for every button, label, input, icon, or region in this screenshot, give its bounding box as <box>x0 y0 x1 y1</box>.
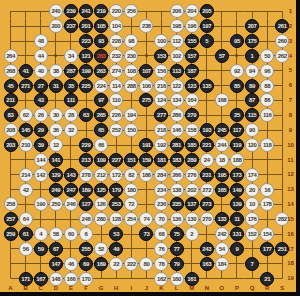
board-intersection[interactable]: 125 <box>94 182 109 197</box>
board-intersection[interactable]: 128 <box>109 212 124 227</box>
board-intersection[interactable]: 143 <box>63 167 78 182</box>
board-intersection[interactable]: 242 <box>214 227 229 242</box>
board-intersection[interactable]: 193 <box>199 123 214 138</box>
board-intersection[interactable] <box>214 108 229 123</box>
board-intersection[interactable]: 201 <box>78 19 93 34</box>
board-intersection[interactable]: 277 <box>154 108 169 123</box>
board-intersection[interactable]: 176 <box>245 212 260 227</box>
board-intersection[interactable] <box>199 271 214 286</box>
board-intersection[interactable]: 162 <box>154 271 169 286</box>
board-intersection[interactable]: 112 <box>169 34 184 49</box>
board-intersection[interactable]: 185 <box>184 138 199 153</box>
board-intersection[interactable]: 216 <box>154 78 169 93</box>
board-intersection[interactable]: 59 <box>33 242 48 257</box>
board-intersection[interactable] <box>33 182 48 197</box>
board-intersection[interactable] <box>245 271 260 286</box>
board-intersection[interactable] <box>154 4 169 19</box>
board-intersection[interactable]: 136 <box>169 212 184 227</box>
board-intersection[interactable]: 200 <box>48 19 63 34</box>
board-intersection[interactable]: 169 <box>94 256 109 271</box>
board-intersection[interactable]: 198 <box>169 19 184 34</box>
board-intersection[interactable] <box>214 34 229 49</box>
board-intersection[interactable]: 131 <box>229 227 244 242</box>
board-intersection[interactable]: 239 <box>63 4 78 19</box>
board-intersection[interactable]: 90 <box>245 123 260 138</box>
board-intersection[interactable]: 235 <box>169 197 184 212</box>
board-intersection[interactable]: 279 <box>184 108 199 123</box>
board-intersection[interactable]: 139 <box>229 197 244 212</box>
board-intersection[interactable]: 190 <box>33 197 48 212</box>
board-intersection[interactable] <box>199 227 214 242</box>
board-intersection[interactable]: 38 <box>48 63 63 78</box>
board-intersection[interactable]: 82 <box>124 167 139 182</box>
board-intersection[interactable]: 98 <box>124 34 139 49</box>
board-intersection[interactable] <box>139 271 154 286</box>
board-intersection[interactable] <box>124 271 139 286</box>
board-intersection[interactable]: 121 <box>78 49 93 64</box>
board-intersection[interactable]: 89 <box>245 78 260 93</box>
board-intersection[interactable]: 70 <box>154 212 169 227</box>
board-intersection[interactable]: 188 <box>229 152 244 167</box>
board-intersection[interactable]: 102 <box>169 49 184 64</box>
board-intersection[interactable]: 168 <box>214 93 229 108</box>
board-intersection[interactable]: 73 <box>139 227 154 242</box>
board-intersection[interactable] <box>48 34 63 49</box>
board-intersection[interactable]: 97 <box>94 93 109 108</box>
board-intersection[interactable]: 86 <box>260 93 275 108</box>
board-intersection[interactable]: 259 <box>3 227 18 242</box>
board-intersection[interactable]: 134 <box>169 93 184 108</box>
board-intersection[interactable] <box>63 212 78 227</box>
board-intersection[interactable]: 146 <box>169 123 184 138</box>
board-intersection[interactable] <box>48 49 63 64</box>
board-intersection[interactable]: 126 <box>94 197 109 212</box>
board-intersection[interactable]: 166 <box>63 271 78 286</box>
board-intersection[interactable]: 1 <box>245 49 260 64</box>
board-intersection[interactable] <box>214 63 229 78</box>
board-intersection[interactable]: 255 <box>78 242 93 257</box>
board-intersection[interactable]: 197 <box>199 19 214 34</box>
board-intersection[interactable]: 83 <box>3 108 18 123</box>
board-intersection[interactable]: 53 <box>109 227 124 242</box>
board-intersection[interactable]: 231 <box>199 167 214 182</box>
board-intersection[interactable]: 218 <box>154 123 169 138</box>
board-intersection[interactable]: 244 <box>214 138 229 153</box>
board-intersection[interactable]: 223 <box>78 34 93 49</box>
board-intersection[interactable]: 240 <box>48 4 63 19</box>
board-intersection[interactable]: 69 <box>78 256 93 271</box>
board-intersection[interactable]: 208 <box>3 123 18 138</box>
board-intersection[interactable]: 127 <box>78 197 93 212</box>
board-intersection[interactable]: 61 <box>18 227 33 242</box>
board-intersection[interactable]: 65 <box>94 123 109 138</box>
board-intersection[interactable]: 142 <box>33 167 48 182</box>
board-intersection[interactable]: 151 <box>124 152 139 167</box>
board-intersection[interactable] <box>214 197 229 212</box>
board-intersection[interactable] <box>260 256 275 271</box>
board-intersection[interactable]: 192 <box>154 138 169 153</box>
board-intersection[interactable]: 289 <box>184 152 199 167</box>
board-intersection[interactable]: 221 <box>199 138 214 153</box>
board-intersection[interactable] <box>245 242 260 257</box>
board-intersection[interactable]: 107 <box>139 63 154 78</box>
board-intersection[interactable]: 92 <box>229 63 244 78</box>
board-intersection[interactable] <box>214 78 229 93</box>
board-intersection[interactable]: 10 <box>245 197 260 212</box>
board-intersection[interactable]: 287 <box>63 63 78 78</box>
board-intersection[interactable]: 114 <box>109 78 124 93</box>
board-intersection[interactable]: 234 <box>154 182 169 197</box>
board-intersection[interactable]: 106 <box>139 78 154 93</box>
board-intersection[interactable]: 238 <box>139 19 154 34</box>
board-intersection[interactable] <box>94 227 109 242</box>
board-intersection[interactable]: 263 <box>94 63 109 78</box>
board-intersection[interactable]: 249 <box>48 182 63 197</box>
board-intersection[interactable] <box>124 19 139 34</box>
board-intersection[interactable]: 35 <box>63 78 78 93</box>
board-intersection[interactable]: 27 <box>33 78 48 93</box>
board-intersection[interactable]: 253 <box>109 197 124 212</box>
board-intersection[interactable]: 66 <box>94 138 109 153</box>
board-intersection[interactable]: 118 <box>260 138 275 153</box>
board-intersection[interactable] <box>139 197 154 212</box>
board-intersection[interactable]: 288 <box>124 78 139 93</box>
board-intersection[interactable]: 6 <box>78 227 93 242</box>
board-intersection[interactable] <box>184 242 199 257</box>
board-intersection[interactable]: 123 <box>184 78 199 93</box>
board-intersection[interactable] <box>3 152 18 167</box>
board-intersection[interactable] <box>3 182 18 197</box>
board-intersection[interactable] <box>3 271 18 286</box>
board-intersection[interactable] <box>199 108 214 123</box>
board-intersection[interactable]: 254 <box>124 212 139 227</box>
board-intersection[interactable]: 280 <box>94 212 109 227</box>
board-intersection[interactable]: 161 <box>184 271 199 286</box>
board-intersection[interactable] <box>139 49 154 64</box>
board-intersection[interactable]: 174 <box>245 167 260 182</box>
board-intersection[interactable]: 180 <box>124 182 139 197</box>
board-intersection[interactable] <box>260 167 275 182</box>
board-intersection[interactable]: 62 <box>18 108 33 123</box>
board-intersection[interactable]: 113 <box>169 63 184 78</box>
board-intersection[interactable]: 56 <box>18 242 33 257</box>
board-intersection[interactable]: 124 <box>154 93 169 108</box>
board-intersection[interactable]: 60 <box>63 227 78 242</box>
board-intersection[interactable]: 105 <box>94 19 109 34</box>
board-intersection[interactable]: 175 <box>245 34 260 49</box>
board-intersection[interactable] <box>199 63 214 78</box>
board-intersection[interactable]: 224 <box>94 78 109 93</box>
board-intersection[interactable]: 137 <box>184 197 199 212</box>
board-intersection[interactable]: 270 <box>199 212 214 227</box>
board-intersection[interactable]: 138 <box>169 182 184 197</box>
board-intersection[interactable]: 264 <box>3 49 18 64</box>
board-intersection[interactable]: 144 <box>33 152 48 167</box>
board-intersection[interactable] <box>124 138 139 153</box>
board-intersection[interactable]: 130 <box>184 212 199 227</box>
board-intersection[interactable] <box>229 4 244 19</box>
board-intersection[interactable] <box>214 271 229 286</box>
board-intersection[interactable]: 222 <box>124 256 139 271</box>
board-intersection[interactable]: 74 <box>139 212 154 227</box>
board-intersection[interactable]: 76 <box>154 242 169 257</box>
board-intersection[interactable]: 196 <box>184 19 199 34</box>
board-intersection[interactable]: 283 <box>94 49 109 64</box>
board-intersection[interactable] <box>139 4 154 19</box>
board-intersection[interactable]: 4 <box>33 227 48 242</box>
board-intersection[interactable]: 111 <box>63 93 78 108</box>
board-intersection[interactable] <box>33 4 48 19</box>
board-intersection[interactable] <box>260 152 275 167</box>
board-intersection[interactable] <box>214 19 229 34</box>
board-intersection[interactable] <box>214 4 229 19</box>
board-intersection[interactable]: 2 <box>184 227 199 242</box>
board-intersection[interactable] <box>245 4 260 19</box>
board-intersection[interactable]: 210 <box>18 138 33 153</box>
board-intersection[interactable]: 220 <box>109 4 124 19</box>
board-intersection[interactable]: 189 <box>78 182 93 197</box>
board-intersection[interactable]: 206 <box>169 4 184 19</box>
board-intersection[interactable] <box>33 256 48 271</box>
board-intersection[interactable]: 160 <box>169 271 184 286</box>
board-intersection[interactable]: 247 <box>63 182 78 197</box>
board-intersection[interactable]: 179 <box>109 182 124 197</box>
board-intersection[interactable] <box>78 123 93 138</box>
board-intersection[interactable]: 152 <box>245 227 260 242</box>
board-intersection[interactable]: 75 <box>169 227 184 242</box>
board-intersection[interactable] <box>3 34 18 49</box>
board-intersection[interactable] <box>18 49 33 64</box>
board-intersection[interactable] <box>3 19 18 34</box>
board-intersection[interactable] <box>124 242 139 257</box>
board-intersection[interactable]: 68 <box>154 227 169 242</box>
board-intersection[interactable]: 120 <box>245 138 260 153</box>
board-intersection[interactable]: 172 <box>109 167 124 182</box>
board-intersection[interactable]: 191 <box>139 138 154 153</box>
board-intersection[interactable]: 159 <box>139 152 154 167</box>
board-intersection[interactable]: 265 <box>94 108 109 123</box>
board-intersection[interactable] <box>18 93 33 108</box>
board-intersection[interactable]: 171 <box>18 271 33 286</box>
board-intersection[interactable]: 58 <box>48 227 63 242</box>
board-intersection[interactable]: 236 <box>154 197 169 212</box>
board-intersection[interactable]: 43 <box>33 93 48 108</box>
board-intersection[interactable]: 24 <box>199 152 214 167</box>
board-intersection[interactable] <box>63 242 78 257</box>
board-intersection[interactable] <box>139 34 154 49</box>
board-intersection[interactable] <box>3 242 18 257</box>
board-intersection[interactable]: 266 <box>169 167 184 182</box>
board-intersection[interactable]: 50 <box>260 49 275 64</box>
board-intersection[interactable]: 243 <box>199 242 214 257</box>
board-intersection[interactable] <box>184 256 199 271</box>
board-intersection[interactable]: 230 <box>124 49 139 64</box>
board-intersection[interactable]: 163 <box>199 256 214 271</box>
board-intersection[interactable] <box>48 93 63 108</box>
board-intersection[interactable]: 48 <box>33 34 48 49</box>
board-intersection[interactable] <box>63 34 78 49</box>
board-intersection[interactable]: 250 <box>48 197 63 212</box>
board-intersection[interactable]: 108 <box>124 63 139 78</box>
board-intersection[interactable]: 85 <box>229 78 244 93</box>
board-intersection[interactable]: 256 <box>124 4 139 19</box>
board-intersection[interactable] <box>229 19 244 34</box>
board-intersection[interactable]: 155 <box>184 34 199 49</box>
board-intersection[interactable]: 79 <box>169 256 184 271</box>
board-intersection[interactable]: 226 <box>109 108 124 123</box>
board-intersection[interactable]: 94 <box>245 63 260 78</box>
board-intersection[interactable]: 178 <box>260 197 275 212</box>
board-intersection[interactable] <box>3 167 18 182</box>
board-intersection[interactable] <box>33 19 48 34</box>
board-intersection[interactable]: 214 <box>18 167 33 182</box>
board-intersection[interactable]: 78 <box>154 256 169 271</box>
board-intersection[interactable]: 41 <box>18 63 33 78</box>
board-intersection[interactable] <box>124 227 139 242</box>
board-intersection[interactable]: 122 <box>169 78 184 93</box>
board-intersection[interactable]: 227 <box>109 152 124 167</box>
board-intersection[interactable] <box>48 212 63 227</box>
board-intersection[interactable]: 32 <box>63 123 78 138</box>
board-intersection[interactable] <box>199 93 214 108</box>
board-intersection[interactable]: 87 <box>245 93 260 108</box>
board-intersection[interactable] <box>139 108 154 123</box>
board-intersection[interactable]: 157 <box>184 49 199 64</box>
board-intersection[interactable]: 119 <box>229 138 244 153</box>
board-intersection[interactable]: 40 <box>33 63 48 78</box>
board-intersection[interactable]: 100 <box>154 34 169 49</box>
board-intersection[interactable]: 20 <box>245 182 260 197</box>
board-intersection[interactable] <box>260 34 275 49</box>
board-intersection[interactable]: 154 <box>260 227 275 242</box>
board-intersection[interactable]: 30 <box>48 108 63 123</box>
board-intersection[interactable]: 21 <box>260 271 275 286</box>
board-intersection[interactable] <box>229 271 244 286</box>
board-intersection[interactable] <box>260 212 275 227</box>
board-intersection[interactable] <box>109 271 124 286</box>
board-intersection[interactable]: 28 <box>63 108 78 123</box>
board-intersection[interactable]: 213 <box>78 152 93 167</box>
board-intersection[interactable]: 29 <box>33 123 48 138</box>
board-intersection[interactable] <box>18 152 33 167</box>
board-intersection[interactable]: 184 <box>214 256 229 271</box>
board-intersection[interactable]: 44 <box>33 49 48 64</box>
board-intersection[interactable]: 245 <box>214 123 229 138</box>
board-intersection[interactable]: 16 <box>260 182 275 197</box>
board-intersection[interactable] <box>229 256 244 271</box>
board-intersection[interactable]: 205 <box>199 4 214 19</box>
board-intersection[interactable]: 110 <box>109 93 124 108</box>
board-intersection[interactable] <box>94 271 109 286</box>
board-intersection[interactable]: 181 <box>154 152 169 167</box>
board-intersection[interactable]: 46 <box>63 256 78 271</box>
board-intersection[interactable]: 275 <box>139 93 154 108</box>
board-intersection[interactable]: 67 <box>48 242 63 257</box>
board-intersection[interactable] <box>139 182 154 197</box>
board-intersection[interactable]: 164 <box>184 93 199 108</box>
board-intersection[interactable]: 194 <box>124 108 139 123</box>
board-intersection[interactable] <box>3 4 18 19</box>
board-intersection[interactable]: 52 <box>94 242 109 257</box>
board-intersection[interactable]: 72 <box>124 197 139 212</box>
board-intersection[interactable]: 284 <box>154 167 169 182</box>
board-intersection[interactable]: 252 <box>109 123 124 138</box>
board-intersection[interactable]: 31 <box>48 78 63 93</box>
board-intersection[interactable]: 145 <box>18 123 33 138</box>
board-intersection[interactable]: 204 <box>184 4 199 19</box>
board-intersection[interactable]: 274 <box>109 63 124 78</box>
board-intersection[interactable]: 77 <box>169 242 184 257</box>
board-intersection[interactable] <box>3 256 18 271</box>
board-intersection[interactable]: 5 <box>199 34 214 49</box>
board-intersection[interactable]: 36 <box>48 123 63 138</box>
board-intersection[interactable] <box>229 93 244 108</box>
board-intersection[interactable]: 187 <box>184 63 199 78</box>
board-intersection[interactable]: 202 <box>184 182 199 197</box>
board-intersection[interactable]: 211 <box>3 93 18 108</box>
board-intersection[interactable]: 64 <box>18 212 33 227</box>
board-intersection[interactable] <box>260 4 275 19</box>
board-intersection[interactable]: 278 <box>78 167 93 182</box>
board-intersection[interactable]: 203 <box>3 138 18 153</box>
board-intersection[interactable]: 207 <box>245 19 260 34</box>
board-intersection[interactable]: 133 <box>214 212 229 227</box>
board-intersection[interactable]: 183 <box>169 152 184 167</box>
board-intersection[interactable]: 12 <box>48 138 63 153</box>
board-intersection[interactable] <box>63 138 78 153</box>
board-intersection[interactable] <box>18 256 33 271</box>
board-intersection[interactable]: 158 <box>184 123 199 138</box>
board-intersection[interactable]: 49 <box>109 242 124 257</box>
board-intersection[interactable]: 219 <box>94 4 109 19</box>
board-intersection[interactable] <box>260 123 275 138</box>
board-intersection[interactable]: 153 <box>154 49 169 64</box>
board-intersection[interactable] <box>109 138 124 153</box>
board-intersection[interactable]: 170 <box>78 271 93 286</box>
board-intersection[interactable]: 42 <box>18 182 33 197</box>
board-intersection[interactable]: 156 <box>154 63 169 78</box>
board-intersection[interactable] <box>260 19 275 34</box>
board-intersection[interactable]: 268 <box>3 63 18 78</box>
board-intersection[interactable]: 18 <box>214 152 229 167</box>
board-intersection[interactable] <box>229 49 244 64</box>
board-intersection[interactable]: 148 <box>48 271 63 286</box>
board-intersection[interactable]: 45 <box>3 78 18 93</box>
board-intersection[interactable] <box>18 19 33 34</box>
board-intersection[interactable]: 104 <box>109 19 124 34</box>
board-intersection[interactable]: 228 <box>109 34 124 49</box>
board-intersection[interactable]: 199 <box>78 63 93 78</box>
board-intersection[interactable]: 229 <box>78 138 93 153</box>
board-intersection[interactable]: 11 <box>229 212 244 227</box>
board-intersection[interactable]: 63 <box>78 108 93 123</box>
board-intersection[interactable]: 54 <box>214 242 229 257</box>
board-intersection[interactable]: 167 <box>33 271 48 286</box>
board-intersection[interactable]: 177 <box>260 242 275 257</box>
board-intersection[interactable]: 281 <box>169 138 184 153</box>
board-intersection[interactable]: 141 <box>48 152 63 167</box>
board-intersection[interactable]: 26 <box>33 108 48 123</box>
board-intersection[interactable] <box>245 152 260 167</box>
board-intersection[interactable] <box>18 4 33 19</box>
board-intersection[interactable]: 257 <box>3 212 18 227</box>
board-intersection[interactable] <box>124 93 139 108</box>
board-intersection[interactable]: 149 <box>229 182 244 197</box>
board-intersection[interactable]: 25 <box>229 108 244 123</box>
board-intersection[interactable]: 258 <box>3 197 18 212</box>
board-intersection[interactable]: 271 <box>18 78 33 93</box>
board-intersection[interactable]: 232 <box>109 49 124 64</box>
